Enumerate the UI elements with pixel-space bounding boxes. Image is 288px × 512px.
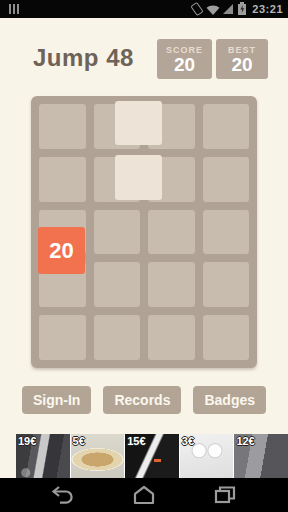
ad-price: 15€ (127, 435, 145, 447)
home-icon[interactable] (131, 485, 157, 505)
menu-button-row: Sign-In Records Badges (0, 386, 288, 414)
board-cell (203, 315, 250, 360)
board-cell (148, 315, 195, 360)
board-cell (148, 262, 195, 307)
ad-price: 12€ (236, 435, 254, 447)
rotation-icon (191, 2, 204, 16)
page-title: Jump 48 (33, 44, 134, 72)
board-cell (203, 210, 250, 255)
sign-in-button[interactable]: Sign-In (22, 386, 91, 414)
board-cell (39, 315, 86, 360)
status-time: 23:21 (252, 3, 283, 15)
tile-20: 20 (38, 227, 85, 274)
ad-product-gray-jacket[interactable]: 12€ (234, 434, 288, 478)
ad-banner[interactable]: 19€ 5€ 15€ 3€ 12€ (16, 434, 288, 478)
ad-product-white-earphones[interactable]: 3€ (180, 434, 234, 478)
board-cell (203, 157, 250, 202)
ad-price: 3€ (182, 435, 194, 447)
ad-product-black-suit[interactable]: 15€ (125, 434, 179, 478)
score-box: SCORE 20 (157, 39, 212, 79)
back-icon[interactable] (50, 485, 76, 505)
barcode-notification-icon (9, 4, 21, 14)
board-cell (94, 262, 141, 307)
board-cell (203, 262, 250, 307)
records-button[interactable]: Records (103, 386, 181, 414)
android-nav-bar (0, 478, 288, 512)
recents-icon[interactable] (212, 485, 238, 505)
board-cell (94, 210, 141, 255)
board-cell (39, 104, 86, 149)
wifi-icon (206, 4, 220, 15)
board-cell (203, 104, 250, 149)
ad-product-boat-shoes[interactable]: 5€ (71, 434, 125, 478)
badges-button[interactable]: Badges (193, 386, 266, 414)
tile-blank-2 (115, 155, 162, 200)
score-value: 20 (157, 55, 212, 75)
ad-price: 5€ (73, 435, 85, 447)
signal-icon (223, 4, 233, 14)
board-cell (94, 315, 141, 360)
ad-price: 19€ (18, 435, 36, 447)
best-value: 20 (216, 55, 268, 75)
best-box: BEST 20 (216, 39, 268, 79)
battery-charging-icon (238, 4, 246, 15)
game-board[interactable]: 20 (31, 96, 257, 368)
tile-blank-1 (115, 101, 162, 145)
screen: 23:21 Jump 48 SCORE 20 BEST 20 20 (0, 0, 288, 512)
board-cell (148, 210, 195, 255)
charging-bolt-icon (240, 5, 245, 13)
status-bar: 23:21 (0, 0, 288, 18)
board-cell (39, 157, 86, 202)
ad-product-dark-jacket[interactable]: 19€ (16, 434, 70, 478)
